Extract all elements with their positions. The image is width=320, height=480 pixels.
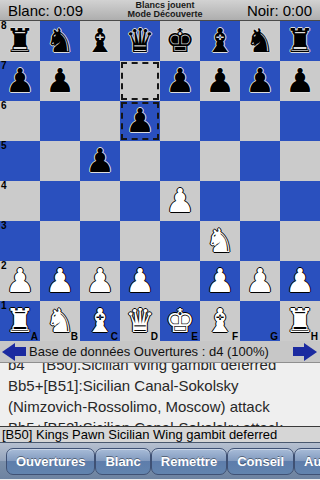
square-g4[interactable] <box>240 181 280 221</box>
square-b2[interactable]: ♟ <box>40 261 80 301</box>
piece-white-pawn: ♟ <box>125 261 155 301</box>
file-label-c: C <box>111 331 118 342</box>
square-f4[interactable] <box>200 181 240 221</box>
chess-board: 8♜♞♝♛♚♝♞♜7♟♟♟♟♟♟6♟5♟4♟3♞2♟♟♟♟♟♟♟1A♜B♞C♝D… <box>0 21 320 341</box>
square-c8[interactable]: ♝ <box>80 21 120 61</box>
previous-arrow-button[interactable] <box>2 343 26 361</box>
square-b5[interactable] <box>40 141 80 181</box>
square-c5[interactable]: ♟ <box>80 141 120 181</box>
square-d6[interactable]: ♟ <box>120 101 160 141</box>
piece-white-pawn: ♟ <box>205 261 235 301</box>
square-h1[interactable]: H♜ <box>280 301 320 341</box>
left-arrow-icon <box>2 343 15 361</box>
square-g3[interactable] <box>240 221 280 261</box>
square-b8[interactable]: ♞ <box>40 21 80 61</box>
right-arrow-icon <box>304 343 317 361</box>
square-f2[interactable]: ♟ <box>200 261 240 301</box>
piece-black-bishop: ♝ <box>85 21 115 61</box>
opening-row-1[interactable]: Bb5+[B51]:Sicilian Canal-Sokolsky (Nimzo… <box>8 375 312 417</box>
rank-label-4: 4 <box>1 180 7 191</box>
piece-black-pawn: ♟ <box>45 61 75 101</box>
square-d1[interactable]: D♛ <box>120 301 160 341</box>
square-f7[interactable]: ♟ <box>200 61 240 101</box>
piece-black-pawn: ♟ <box>245 61 275 101</box>
black-clock: Noir: 0:00 <box>247 2 312 19</box>
square-b3[interactable] <box>40 221 80 261</box>
openings-list: b4[B50].Sicilian Wing gambit deferredBb5… <box>0 363 320 426</box>
square-d2[interactable]: ♟ <box>120 261 160 301</box>
piece-white-pawn: ♟ <box>45 261 75 301</box>
square-h7[interactable]: ♟ <box>280 61 320 101</box>
blanc-button[interactable]: Blanc <box>95 448 150 475</box>
piece-white-pawn: ♟ <box>285 261 315 301</box>
square-b4[interactable] <box>40 181 80 221</box>
opening-row-2[interactable]: Bb5+[B52]:Sicilian Canal-Sokolsky attack <box>8 417 312 426</box>
square-e4[interactable]: ♟ <box>160 181 200 221</box>
ouvertures-button[interactable]: Ouvertures <box>6 448 95 475</box>
rank-label-1: 1 <box>1 300 7 311</box>
piece-black-pawn: ♟ <box>5 61 35 101</box>
square-e8[interactable]: ♚ <box>160 21 200 61</box>
square-h3[interactable] <box>280 221 320 261</box>
square-g1[interactable]: G <box>240 301 280 341</box>
square-h4[interactable] <box>280 181 320 221</box>
piece-white-pawn: ♟ <box>5 261 35 301</box>
rank-label-8: 8 <box>1 20 7 31</box>
square-a3[interactable]: 3 <box>0 221 40 261</box>
square-g8[interactable]: ♞ <box>240 21 280 61</box>
conseil-button[interactable]: Conseil <box>227 448 294 475</box>
bottom-toolbar: Ouvertures Blanc Remettre Conseil Autres <box>0 442 320 479</box>
square-f8[interactable]: ♝ <box>200 21 240 61</box>
square-e2[interactable] <box>160 261 200 301</box>
piece-black-knight: ♞ <box>45 21 75 61</box>
opening-description: [B52]:Sicilian Canal-Sokolsky attack <box>43 419 282 426</box>
opening-description: [B51]:Sicilian Canal-Sokolsky (Nimzovich… <box>8 377 270 415</box>
opening-move: b4 <box>8 363 42 375</box>
square-b6[interactable] <box>40 101 80 141</box>
file-label-f: F <box>232 331 238 342</box>
opening-row-0[interactable]: b4[B50].Sicilian Wing gambit deferred <box>8 363 312 375</box>
top-bar: Blanc: 0:09 Blancs jouent Mode Découvert… <box>0 0 320 21</box>
square-e1[interactable]: E♚ <box>160 301 200 341</box>
piece-black-queen: ♛ <box>125 21 155 61</box>
piece-white-pawn: ♟ <box>245 261 275 301</box>
square-a1[interactable]: 1A♜ <box>0 301 40 341</box>
opening-description: [B50].Sicilian Wing gambit deferred <box>42 363 276 373</box>
square-a2[interactable]: 2♟ <box>0 261 40 301</box>
rank-label-3: 3 <box>1 220 7 231</box>
file-label-h: H <box>311 331 318 342</box>
opening-move: Bb5+ <box>8 375 43 396</box>
square-g2[interactable]: ♟ <box>240 261 280 301</box>
square-a7[interactable]: 7♟ <box>0 61 40 101</box>
opening-move: Bb5+ <box>8 417 43 426</box>
square-c4[interactable] <box>80 181 120 221</box>
square-c6[interactable] <box>80 101 120 141</box>
square-a4[interactable]: 4 <box>0 181 40 221</box>
file-label-a: A <box>31 331 38 342</box>
file-label-b: B <box>71 331 78 342</box>
next-arrow-button[interactable] <box>293 343 317 361</box>
square-b1[interactable]: B♞ <box>40 301 80 341</box>
rank-label-7: 7 <box>1 60 7 71</box>
square-e6[interactable] <box>160 101 200 141</box>
piece-black-rook: ♜ <box>5 21 35 61</box>
square-a5[interactable]: 5 <box>0 141 40 181</box>
square-d5[interactable] <box>120 141 160 181</box>
piece-black-pawn: ♟ <box>205 61 235 101</box>
piece-black-pawn: ♟ <box>125 101 155 141</box>
square-d7[interactable] <box>120 61 160 101</box>
square-d3[interactable] <box>120 221 160 261</box>
autres-button[interactable]: Autres <box>294 448 320 475</box>
openings-db-label: Base de données Ouvertures : d4 (100%) <box>29 344 269 359</box>
file-label-d: D <box>151 331 158 342</box>
square-f3[interactable]: ♞ <box>200 221 240 261</box>
square-c2[interactable]: ♟ <box>80 261 120 301</box>
piece-black-king: ♚ <box>165 21 195 61</box>
file-label-e: E <box>191 331 198 342</box>
piece-black-pawn: ♟ <box>165 61 195 101</box>
square-c7[interactable] <box>80 61 120 101</box>
square-h6[interactable] <box>280 101 320 141</box>
square-c3[interactable] <box>80 221 120 261</box>
turn-indicator-line2: Mode Découverte <box>127 10 202 19</box>
square-e7[interactable]: ♟ <box>160 61 200 101</box>
square-h8[interactable]: ♜ <box>280 21 320 61</box>
openings-list-inner: b4[B50].Sicilian Wing gambit deferredBb5… <box>0 363 320 426</box>
square-g5[interactable] <box>240 141 280 181</box>
turn-indicator: Blancs jouent Mode Découverte <box>127 1 202 19</box>
file-label-g: G <box>270 331 278 342</box>
remettre-button[interactable]: Remettre <box>151 448 227 475</box>
square-e3[interactable] <box>160 221 200 261</box>
square-f6[interactable] <box>200 101 240 141</box>
square-a6[interactable]: 6 <box>0 101 40 141</box>
square-a8[interactable]: 8♜ <box>0 21 40 61</box>
square-e5[interactable] <box>160 141 200 181</box>
opening-status-bar: [B50] Kings Pawn Sicilian Wing gambit de… <box>0 426 320 442</box>
chess-app-screen: Blanc: 0:09 Blancs jouent Mode Découvert… <box>0 0 320 480</box>
square-d8[interactable]: ♛ <box>120 21 160 61</box>
square-h5[interactable] <box>280 141 320 181</box>
rank-label-6: 6 <box>1 100 7 111</box>
square-g6[interactable] <box>240 101 280 141</box>
piece-white-pawn: ♟ <box>165 181 195 221</box>
square-b7[interactable]: ♟ <box>40 61 80 101</box>
square-f1[interactable]: F♝ <box>200 301 240 341</box>
rank-label-2: 2 <box>1 260 7 271</box>
piece-white-pawn: ♟ <box>85 261 115 301</box>
square-h2[interactable]: ♟ <box>280 261 320 301</box>
square-f5[interactable] <box>200 141 240 181</box>
white-clock: Blanc: 0:09 <box>8 2 83 19</box>
square-c1[interactable]: C♝ <box>80 301 120 341</box>
piece-white-bishop: ♝ <box>205 301 235 341</box>
piece-black-knight: ♞ <box>245 21 275 61</box>
piece-white-knight: ♞ <box>205 221 235 261</box>
rank-label-5: 5 <box>1 140 7 151</box>
openings-nav-bar: Base de données Ouvertures : d4 (100%) <box>0 341 320 363</box>
piece-black-pawn: ♟ <box>85 141 115 181</box>
square-g7[interactable]: ♟ <box>240 61 280 101</box>
square-d4[interactable] <box>120 181 160 221</box>
piece-black-pawn: ♟ <box>285 61 315 101</box>
piece-black-bishop: ♝ <box>205 21 235 61</box>
piece-black-rook: ♜ <box>285 21 315 61</box>
